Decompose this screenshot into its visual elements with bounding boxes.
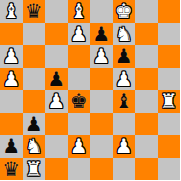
piece-white-knight: ♞	[115, 23, 133, 45]
square-g8[interactable]	[135, 0, 158, 23]
square-f8[interactable]: ♚	[113, 0, 136, 23]
piece-white-pawn: ♟	[70, 135, 88, 157]
piece-white-rook: ♜	[25, 158, 43, 180]
square-h7[interactable]	[158, 23, 181, 46]
piece-black-pawn: ♟	[115, 45, 133, 67]
square-b2[interactable]: ♞	[23, 135, 46, 158]
piece-black-queen: ♛	[2, 158, 20, 180]
square-a2[interactable]: ♟	[0, 135, 23, 158]
piece-white-bishop: ♝	[70, 0, 88, 22]
square-c7[interactable]	[45, 23, 68, 46]
piece-white-knight: ♞	[25, 135, 43, 157]
piece-white-pawn: ♟	[47, 90, 65, 112]
square-h8[interactable]	[158, 0, 181, 23]
square-e8[interactable]	[90, 0, 113, 23]
square-a3[interactable]	[0, 113, 23, 136]
piece-white-pawn: ♟	[92, 45, 110, 67]
piece-black-queen: ♛	[25, 0, 43, 22]
square-g5[interactable]	[135, 68, 158, 91]
square-b4[interactable]	[23, 90, 46, 113]
piece-white-rook: ♜	[160, 90, 178, 112]
piece-white-king: ♚	[115, 0, 133, 22]
square-d2[interactable]: ♟	[68, 135, 91, 158]
square-e4[interactable]	[90, 90, 113, 113]
square-e7[interactable]: ♟	[90, 23, 113, 46]
piece-black-king: ♚	[70, 90, 88, 112]
square-g6[interactable]	[135, 45, 158, 68]
square-b5[interactable]	[23, 68, 46, 91]
square-a5[interactable]: ♟	[0, 68, 23, 91]
square-a7[interactable]	[0, 23, 23, 46]
square-f5[interactable]: ♟	[113, 68, 136, 91]
square-d5[interactable]	[68, 68, 91, 91]
square-g4[interactable]	[135, 90, 158, 113]
square-d3[interactable]	[68, 113, 91, 136]
square-b6[interactable]	[23, 45, 46, 68]
square-c3[interactable]	[45, 113, 68, 136]
square-e5[interactable]	[90, 68, 113, 91]
square-a8[interactable]: ♝	[0, 0, 23, 23]
square-c1[interactable]	[45, 158, 68, 181]
piece-white-pawn: ♟	[70, 23, 88, 45]
square-c4[interactable]: ♟	[45, 90, 68, 113]
square-a6[interactable]: ♟	[0, 45, 23, 68]
square-c6[interactable]	[45, 45, 68, 68]
square-f7[interactable]: ♞	[113, 23, 136, 46]
square-d7[interactable]: ♟	[68, 23, 91, 46]
square-b7[interactable]	[23, 23, 46, 46]
square-f1[interactable]	[113, 158, 136, 181]
square-e6[interactable]: ♟	[90, 45, 113, 68]
square-h2[interactable]	[158, 135, 181, 158]
square-b8[interactable]: ♛	[23, 0, 46, 23]
square-d6[interactable]	[68, 45, 91, 68]
piece-black-bishop: ♝	[115, 90, 133, 112]
square-h4[interactable]: ♜	[158, 90, 181, 113]
piece-black-pawn: ♟	[92, 23, 110, 45]
square-a1[interactable]: ♛	[0, 158, 23, 181]
square-h3[interactable]	[158, 113, 181, 136]
piece-white-pawn: ♟	[115, 135, 133, 157]
square-f3[interactable]	[113, 113, 136, 136]
piece-white-bishop: ♝	[2, 0, 20, 22]
square-e1[interactable]	[90, 158, 113, 181]
square-b1[interactable]: ♜	[23, 158, 46, 181]
square-f2[interactable]: ♟	[113, 135, 136, 158]
square-e3[interactable]	[90, 113, 113, 136]
square-d1[interactable]	[68, 158, 91, 181]
square-h5[interactable]	[158, 68, 181, 91]
square-h1[interactable]	[158, 158, 181, 181]
square-f6[interactable]: ♟	[113, 45, 136, 68]
piece-white-pawn: ♟	[2, 68, 20, 90]
square-g1[interactable]	[135, 158, 158, 181]
piece-white-pawn: ♟	[2, 45, 20, 67]
square-c2[interactable]	[45, 135, 68, 158]
square-c5[interactable]: ♟	[45, 68, 68, 91]
square-g3[interactable]	[135, 113, 158, 136]
square-a4[interactable]	[0, 90, 23, 113]
square-g7[interactable]	[135, 23, 158, 46]
piece-white-pawn: ♟	[115, 68, 133, 90]
square-f4[interactable]: ♝	[113, 90, 136, 113]
square-g2[interactable]	[135, 135, 158, 158]
square-b3[interactable]: ♟	[23, 113, 46, 136]
piece-black-pawn: ♟	[2, 135, 20, 157]
square-d4[interactable]: ♚	[68, 90, 91, 113]
piece-black-pawn: ♟	[47, 68, 65, 90]
square-e2[interactable]	[90, 135, 113, 158]
square-c8[interactable]	[45, 0, 68, 23]
chess-board: ♝♛♝♚♟♟♞♟♟♟♟♟♟♟♚♝♜♟♟♞♟♟♛♜	[0, 0, 180, 180]
square-d8[interactable]: ♝	[68, 0, 91, 23]
square-h6[interactable]	[158, 45, 181, 68]
piece-black-pawn: ♟	[25, 113, 43, 135]
